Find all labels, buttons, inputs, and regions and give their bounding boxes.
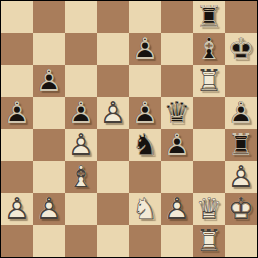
square-h3[interactable]: ♟♙ bbox=[225, 161, 257, 193]
square-e4[interactable]: ♞♘ bbox=[129, 129, 161, 161]
square-c6[interactable] bbox=[65, 65, 97, 97]
square-b4[interactable] bbox=[33, 129, 65, 161]
bishop-icon-outline: ♗ bbox=[65, 161, 97, 193]
square-g8[interactable]: ♜♖ bbox=[193, 1, 225, 33]
pawn-icon-outline: ♙ bbox=[33, 65, 65, 97]
square-h6[interactable] bbox=[225, 65, 257, 97]
square-f7[interactable] bbox=[161, 33, 193, 65]
knight-icon-outline: ♘ bbox=[129, 129, 161, 161]
piece-white-bishop[interactable]: ♝♗ bbox=[65, 161, 97, 193]
square-c2[interactable] bbox=[65, 193, 97, 225]
pawn-icon: ♟ bbox=[65, 129, 97, 161]
square-d8[interactable] bbox=[97, 1, 129, 33]
square-h5[interactable]: ♟♙ bbox=[225, 97, 257, 129]
square-d6[interactable] bbox=[97, 65, 129, 97]
knight-icon: ♞ bbox=[129, 193, 161, 225]
king-icon-outline: ♔ bbox=[225, 33, 257, 65]
pawn-icon-outline: ♙ bbox=[161, 193, 193, 225]
pawn-icon: ♟ bbox=[33, 65, 65, 97]
square-b7[interactable] bbox=[33, 33, 65, 65]
piece-white-pawn[interactable]: ♟♙ bbox=[225, 161, 257, 193]
pawn-icon: ♟ bbox=[161, 193, 193, 225]
square-g2[interactable]: ♛♕ bbox=[193, 193, 225, 225]
square-a8[interactable] bbox=[1, 1, 33, 33]
square-d4[interactable] bbox=[97, 129, 129, 161]
piece-white-rook[interactable]: ♜♖ bbox=[193, 65, 225, 97]
king-icon: ♚ bbox=[225, 33, 257, 65]
square-f1[interactable] bbox=[161, 225, 193, 257]
square-a3[interactable] bbox=[1, 161, 33, 193]
piece-black-queen[interactable]: ♛♕ bbox=[161, 97, 193, 129]
square-f3[interactable] bbox=[161, 161, 193, 193]
pawn-icon: ♟ bbox=[1, 97, 33, 129]
square-c4[interactable]: ♟♙ bbox=[65, 129, 97, 161]
piece-white-pawn[interactable]: ♟♙ bbox=[1, 193, 33, 225]
piece-black-bishop[interactable]: ♝♗ bbox=[193, 33, 225, 65]
knight-icon: ♞ bbox=[129, 129, 161, 161]
square-f6[interactable] bbox=[161, 65, 193, 97]
bishop-icon-outline: ♗ bbox=[193, 33, 225, 65]
square-b2[interactable]: ♟♙ bbox=[33, 193, 65, 225]
square-a6[interactable] bbox=[1, 65, 33, 97]
queen-icon: ♛ bbox=[193, 193, 225, 225]
pawn-icon-outline: ♙ bbox=[129, 97, 161, 129]
square-h1[interactable] bbox=[225, 225, 257, 257]
piece-black-king[interactable]: ♚♔ bbox=[225, 33, 257, 65]
rook-icon: ♜ bbox=[193, 225, 225, 257]
square-g3[interactable] bbox=[193, 161, 225, 193]
square-d1[interactable] bbox=[97, 225, 129, 257]
pawn-icon: ♟ bbox=[65, 97, 97, 129]
square-a4[interactable] bbox=[1, 129, 33, 161]
square-b1[interactable] bbox=[33, 225, 65, 257]
piece-white-king[interactable]: ♚♔ bbox=[225, 193, 257, 225]
bishop-icon: ♝ bbox=[193, 33, 225, 65]
bishop-icon: ♝ bbox=[65, 161, 97, 193]
piece-black-rook[interactable]: ♜♖ bbox=[193, 1, 225, 33]
square-d5[interactable]: ♟♙ bbox=[97, 97, 129, 129]
rook-icon: ♜ bbox=[225, 129, 257, 161]
piece-black-pawn[interactable]: ♟♙ bbox=[161, 129, 193, 161]
king-icon-outline: ♔ bbox=[225, 193, 257, 225]
square-g4[interactable] bbox=[193, 129, 225, 161]
queen-icon: ♛ bbox=[161, 97, 193, 129]
square-d7[interactable] bbox=[97, 33, 129, 65]
pawn-icon: ♟ bbox=[129, 33, 161, 65]
square-e3[interactable] bbox=[129, 161, 161, 193]
square-h8[interactable] bbox=[225, 1, 257, 33]
square-c8[interactable] bbox=[65, 1, 97, 33]
pawn-icon: ♟ bbox=[33, 193, 65, 225]
rook-icon-outline: ♖ bbox=[225, 129, 257, 161]
square-d2[interactable] bbox=[97, 193, 129, 225]
square-b6[interactable]: ♟♙ bbox=[33, 65, 65, 97]
rook-icon-outline: ♖ bbox=[193, 1, 225, 33]
piece-black-pawn[interactable]: ♟♙ bbox=[65, 97, 97, 129]
square-c7[interactable] bbox=[65, 33, 97, 65]
square-h7[interactable]: ♚♔ bbox=[225, 33, 257, 65]
square-b3[interactable] bbox=[33, 161, 65, 193]
square-a2[interactable]: ♟♙ bbox=[1, 193, 33, 225]
square-e7[interactable]: ♟♙ bbox=[129, 33, 161, 65]
piece-white-queen[interactable]: ♛♕ bbox=[193, 193, 225, 225]
pawn-icon-outline: ♙ bbox=[161, 129, 193, 161]
square-e8[interactable] bbox=[129, 1, 161, 33]
piece-black-pawn[interactable]: ♟♙ bbox=[129, 33, 161, 65]
square-b8[interactable] bbox=[33, 1, 65, 33]
square-a7[interactable] bbox=[1, 33, 33, 65]
pawn-icon: ♟ bbox=[161, 129, 193, 161]
pawn-icon: ♟ bbox=[1, 193, 33, 225]
rook-icon: ♜ bbox=[193, 65, 225, 97]
pawn-icon-outline: ♙ bbox=[129, 33, 161, 65]
square-f8[interactable] bbox=[161, 1, 193, 33]
pawn-icon-outline: ♙ bbox=[225, 97, 257, 129]
pawn-icon-outline: ♙ bbox=[1, 193, 33, 225]
knight-icon-outline: ♘ bbox=[129, 193, 161, 225]
pawn-icon: ♟ bbox=[225, 97, 257, 129]
piece-white-knight[interactable]: ♞♘ bbox=[129, 193, 161, 225]
square-f4[interactable]: ♟♙ bbox=[161, 129, 193, 161]
square-e5[interactable]: ♟♙ bbox=[129, 97, 161, 129]
rook-icon: ♜ bbox=[193, 1, 225, 33]
square-h4[interactable]: ♜♖ bbox=[225, 129, 257, 161]
square-c3[interactable]: ♝♗ bbox=[65, 161, 97, 193]
pawn-icon: ♟ bbox=[129, 97, 161, 129]
queen-icon-outline: ♕ bbox=[161, 97, 193, 129]
pawn-icon-outline: ♙ bbox=[65, 97, 97, 129]
rook-icon-outline: ♖ bbox=[193, 225, 225, 257]
square-a1[interactable] bbox=[1, 225, 33, 257]
piece-black-pawn[interactable]: ♟♙ bbox=[33, 65, 65, 97]
king-icon: ♚ bbox=[225, 193, 257, 225]
square-e6[interactable] bbox=[129, 65, 161, 97]
square-h2[interactable]: ♚♔ bbox=[225, 193, 257, 225]
square-a5[interactable]: ♟♙ bbox=[1, 97, 33, 129]
square-e1[interactable] bbox=[129, 225, 161, 257]
square-g1[interactable]: ♜♖ bbox=[193, 225, 225, 257]
square-g7[interactable]: ♝♗ bbox=[193, 33, 225, 65]
piece-white-pawn[interactable]: ♟♙ bbox=[33, 193, 65, 225]
square-d3[interactable] bbox=[97, 161, 129, 193]
square-f2[interactable]: ♟♙ bbox=[161, 193, 193, 225]
pawn-icon-outline: ♙ bbox=[65, 129, 97, 161]
piece-black-rook[interactable]: ♜♖ bbox=[225, 129, 257, 161]
square-e2[interactable]: ♞♘ bbox=[129, 193, 161, 225]
queen-icon-outline: ♕ bbox=[193, 193, 225, 225]
piece-white-pawn[interactable]: ♟♙ bbox=[65, 129, 97, 161]
pawn-icon-outline: ♙ bbox=[225, 161, 257, 193]
piece-black-pawn[interactable]: ♟♙ bbox=[129, 97, 161, 129]
square-b5[interactable] bbox=[33, 97, 65, 129]
rook-icon-outline: ♖ bbox=[193, 65, 225, 97]
piece-white-rook[interactable]: ♜♖ bbox=[193, 225, 225, 257]
square-c5[interactable]: ♟♙ bbox=[65, 97, 97, 129]
square-c1[interactable] bbox=[65, 225, 97, 257]
pawn-icon: ♟ bbox=[97, 97, 129, 129]
square-g5[interactable] bbox=[193, 97, 225, 129]
piece-black-pawn[interactable]: ♟♙ bbox=[225, 97, 257, 129]
pawn-icon-outline: ♙ bbox=[1, 97, 33, 129]
piece-black-pawn[interactable]: ♟♙ bbox=[1, 97, 33, 129]
chess-board: ♜♖♟♙♝♗♚♔♟♙♜♖♟♙♟♙♟♙♟♙♛♕♟♙♟♙♞♘♟♙♜♖♝♗♟♙♟♙♟♙… bbox=[1, 1, 257, 257]
chess-board-frame: ♜♖♟♙♝♗♚♔♟♙♜♖♟♙♟♙♟♙♟♙♛♕♟♙♟♙♞♘♟♙♜♖♝♗♟♙♟♙♟♙… bbox=[0, 0, 258, 258]
pawn-icon-outline: ♙ bbox=[33, 193, 65, 225]
pawn-icon-outline: ♙ bbox=[97, 97, 129, 129]
square-f5[interactable]: ♛♕ bbox=[161, 97, 193, 129]
square-g6[interactable]: ♜♖ bbox=[193, 65, 225, 97]
pawn-icon: ♟ bbox=[225, 161, 257, 193]
piece-black-knight[interactable]: ♞♘ bbox=[129, 129, 161, 161]
piece-white-pawn[interactable]: ♟♙ bbox=[161, 193, 193, 225]
piece-white-pawn[interactable]: ♟♙ bbox=[97, 97, 129, 129]
